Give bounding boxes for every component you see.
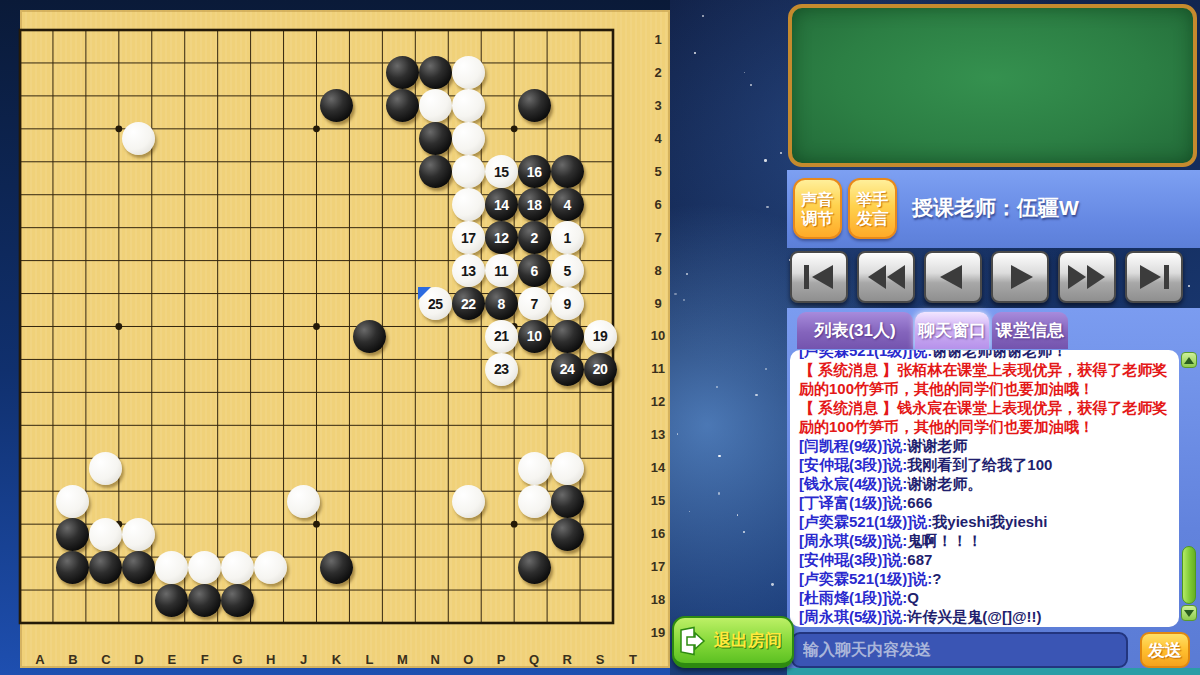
star bbox=[737, 514, 739, 516]
go-stone-white bbox=[518, 452, 551, 485]
move-number-label: 13 bbox=[461, 263, 476, 279]
go-stone-white: 17 bbox=[452, 221, 485, 254]
go-stone-black: 2 bbox=[518, 221, 551, 254]
move-number-label: 23 bbox=[494, 361, 509, 377]
go-stone-white bbox=[122, 518, 155, 551]
column-label: F bbox=[196, 652, 214, 668]
exit-room-button[interactable]: 退出房间 bbox=[672, 616, 794, 668]
raise-hand-label-line2: 发言 bbox=[850, 209, 895, 228]
go-stone-black: 18 bbox=[518, 188, 551, 221]
move-number-label: 5 bbox=[563, 263, 570, 279]
move-number-label: 24 bbox=[560, 361, 575, 377]
star-point bbox=[313, 125, 320, 132]
sound-adjust-label-line2: 调节 bbox=[795, 209, 840, 228]
go-stone-white bbox=[419, 89, 452, 122]
go-stone-black bbox=[551, 155, 584, 188]
star bbox=[755, 394, 758, 397]
move-number-label: 10 bbox=[527, 328, 542, 344]
move-number-label: 12 bbox=[494, 230, 509, 246]
go-stone-white bbox=[254, 551, 287, 584]
go-stone-white: 11 bbox=[485, 254, 518, 287]
row-label: 7 bbox=[649, 230, 667, 246]
message-sender: [丁译富(1级)]说: bbox=[799, 494, 907, 511]
star-point bbox=[313, 323, 320, 330]
go-stone-white bbox=[155, 551, 188, 584]
move-number-label: 21 bbox=[494, 328, 509, 344]
go-stone-white bbox=[188, 551, 221, 584]
star bbox=[750, 84, 752, 86]
column-label: C bbox=[97, 652, 115, 668]
column-label: R bbox=[558, 652, 576, 668]
star bbox=[766, 206, 769, 209]
star bbox=[674, 293, 676, 295]
sound-adjust-label-line1: 声音 bbox=[795, 190, 840, 209]
go-stone-black bbox=[89, 551, 122, 584]
row-label: 8 bbox=[649, 263, 667, 279]
message-text: 687 bbox=[907, 551, 932, 568]
star bbox=[744, 72, 745, 73]
jump-to-start-icon bbox=[797, 262, 841, 292]
go-stone-white: 5 bbox=[551, 254, 584, 287]
star bbox=[780, 152, 782, 154]
go-stone-black: 4 bbox=[551, 188, 584, 221]
chat-message-user: [安仲琨(3段)]说:我刚看到了给我了100 bbox=[799, 455, 1173, 474]
move-number-label: 14 bbox=[494, 197, 509, 213]
chat-message-user: [杜雨烽(1段)]说:Q bbox=[799, 588, 1173, 607]
star bbox=[716, 386, 718, 388]
go-stone-white bbox=[551, 452, 584, 485]
message-sender: 【 系统消息 】 bbox=[799, 361, 897, 378]
go-stone-black: 6 bbox=[518, 254, 551, 287]
sound-adjust-button[interactable]: 声音 调节 bbox=[793, 178, 842, 239]
go-stone-white bbox=[452, 155, 485, 188]
jump-to-end-icon bbox=[1132, 262, 1176, 292]
go-stone-black: 12 bbox=[485, 221, 518, 254]
fast-rewind-button[interactable] bbox=[857, 251, 915, 303]
row-label: 14 bbox=[649, 460, 667, 476]
row-label: 6 bbox=[649, 197, 667, 213]
move-number-label: 19 bbox=[593, 328, 608, 344]
column-label: J bbox=[295, 652, 313, 668]
move-number-label: 16 bbox=[527, 164, 542, 180]
go-stone-white bbox=[89, 452, 122, 485]
message-text: 谢谢老师。 bbox=[907, 475, 982, 492]
message-sender: [闫凯程(9级)]说: bbox=[799, 437, 907, 454]
column-label: S bbox=[591, 652, 609, 668]
step-back-button[interactable] bbox=[924, 251, 982, 303]
row-label: 5 bbox=[649, 164, 667, 180]
teacher-name-label: 授课老师：伍疆W bbox=[912, 194, 1079, 222]
chat-message-system: 【 系统消息 】张栢林在课堂上表现优异，获得了老师奖励的100竹笋币，其他的同学… bbox=[799, 360, 1173, 398]
chat-panel: 列表(31人)聊天窗口课堂信息 [卢奕霖521(1级)]说:谢谢老师谢谢老师！【… bbox=[787, 308, 1200, 675]
column-label: N bbox=[426, 652, 444, 668]
message-sender: [安仲琨(3段)]说: bbox=[799, 551, 907, 568]
go-stone-white: 23 bbox=[485, 353, 518, 386]
exit-room-label: 退出房间 bbox=[714, 629, 782, 652]
move-number-label: 2 bbox=[531, 230, 538, 246]
go-stone-black: 22 bbox=[452, 287, 485, 320]
star-point bbox=[313, 521, 320, 528]
go-stone-black bbox=[122, 551, 155, 584]
go-stone-black: 16 bbox=[518, 155, 551, 188]
go-stone-black bbox=[56, 551, 89, 584]
star-point bbox=[511, 125, 518, 132]
go-stone-black bbox=[551, 320, 584, 353]
go-stone-black bbox=[518, 551, 551, 584]
column-label: A bbox=[31, 652, 49, 668]
star bbox=[718, 455, 721, 458]
last-move-marker bbox=[418, 287, 431, 300]
message-sender: [周永琪(5级)]说: bbox=[799, 608, 907, 625]
column-label: O bbox=[459, 652, 477, 668]
column-label: T bbox=[624, 652, 642, 668]
star bbox=[686, 273, 688, 275]
send-button[interactable]: 发送 bbox=[1140, 632, 1190, 668]
go-stone-black bbox=[221, 584, 254, 617]
go-stone-black bbox=[419, 155, 452, 188]
go-stone-white: 21 bbox=[485, 320, 518, 353]
go-stone-white bbox=[452, 485, 485, 518]
go-stone-black: 20 bbox=[584, 353, 617, 386]
chat-message-user: [卢奕霖521(1级)]说:谢谢老师谢谢老师！ bbox=[799, 350, 1173, 360]
go-stone-black bbox=[56, 518, 89, 551]
go-stone-white bbox=[518, 485, 551, 518]
column-label: B bbox=[64, 652, 82, 668]
go-stone-white: 15 bbox=[485, 155, 518, 188]
column-label: G bbox=[229, 652, 247, 668]
column-label: Q bbox=[525, 652, 543, 668]
move-number-label: 17 bbox=[461, 230, 476, 246]
go-stone-white bbox=[56, 485, 89, 518]
teacher-bar: 声音 调节 举手 发言 授课老师：伍疆W bbox=[787, 170, 1200, 248]
row-label: 10 bbox=[649, 328, 667, 344]
column-label: D bbox=[130, 652, 148, 668]
raise-hand-label-line1: 举手 bbox=[850, 190, 895, 209]
message-sender: [卢奕霖521(1级)]说: bbox=[799, 570, 932, 587]
column-label: H bbox=[262, 652, 280, 668]
row-label: 4 bbox=[649, 131, 667, 147]
message-sender: [卢奕霖521(1级)]说: bbox=[799, 513, 932, 530]
star bbox=[677, 433, 679, 435]
go-stone-black bbox=[551, 518, 584, 551]
go-stone-black: 10 bbox=[518, 320, 551, 353]
chat-window[interactable]: [卢奕霖521(1级)]说:谢谢老师谢谢老师！【 系统消息 】张栢林在课堂上表现… bbox=[790, 350, 1179, 627]
star bbox=[683, 299, 685, 301]
move-number-label: 6 bbox=[531, 263, 538, 279]
tab-class-info[interactable]: 课堂信息 bbox=[992, 312, 1068, 349]
jump-to-end-button[interactable] bbox=[1125, 251, 1183, 303]
move-number-label: 11 bbox=[494, 263, 508, 279]
row-label: 11 bbox=[649, 361, 667, 377]
playback-controls bbox=[787, 251, 1200, 305]
move-number-label: 9 bbox=[563, 296, 570, 312]
move-number-label: 4 bbox=[563, 197, 570, 213]
jump-to-start-button[interactable] bbox=[790, 251, 848, 303]
go-stone-white: 19 bbox=[584, 320, 617, 353]
go-stone-white: 7 bbox=[518, 287, 551, 320]
go-stone-white bbox=[452, 122, 485, 155]
chat-message-user: [周永琪(5级)]说:鬼啊！！！ bbox=[799, 531, 1173, 550]
go-stone-white bbox=[287, 485, 320, 518]
message-sender: [杜雨烽(1段)]说: bbox=[799, 589, 907, 606]
column-label: L bbox=[360, 652, 378, 668]
scroll-down-icon bbox=[1184, 610, 1194, 617]
star bbox=[771, 583, 774, 586]
go-stone-white: 13 bbox=[452, 254, 485, 287]
go-stone-white bbox=[452, 56, 485, 89]
step-forward-button[interactable] bbox=[991, 251, 1049, 303]
panel-bottom-strip bbox=[787, 668, 1200, 675]
go-stone-black bbox=[518, 89, 551, 122]
step-forward-icon bbox=[998, 262, 1042, 292]
message-text: ? bbox=[932, 570, 941, 587]
move-number-label: 8 bbox=[498, 296, 505, 312]
message-sender: [卢奕霖521(1级)]说: bbox=[799, 350, 932, 359]
message-text: 谢谢老师 bbox=[907, 437, 967, 454]
scroll-down-button[interactable] bbox=[1181, 605, 1197, 621]
star bbox=[743, 531, 745, 533]
message-text: 鬼啊！！！ bbox=[907, 532, 982, 549]
scrollbar-thumb[interactable] bbox=[1182, 546, 1196, 604]
row-label: 17 bbox=[649, 559, 667, 575]
go-stone-white bbox=[452, 188, 485, 221]
exit-door-icon bbox=[674, 624, 708, 658]
fast-forward-button[interactable] bbox=[1058, 251, 1116, 303]
scroll-up-button[interactable] bbox=[1181, 352, 1197, 368]
move-number-label: 22 bbox=[461, 296, 476, 312]
row-label: 12 bbox=[649, 394, 667, 410]
message-text: Q bbox=[907, 589, 919, 606]
go-stone-black bbox=[320, 551, 353, 584]
fast-rewind-icon bbox=[864, 262, 908, 292]
raise-hand-button[interactable]: 举手 发言 bbox=[848, 178, 897, 239]
go-stone-white bbox=[89, 518, 122, 551]
message-text: 我yieshi我yieshi bbox=[932, 513, 1047, 530]
go-stone-black bbox=[188, 584, 221, 617]
row-label: 19 bbox=[649, 625, 667, 641]
star-point bbox=[115, 323, 122, 330]
chat-input[interactable] bbox=[791, 632, 1128, 668]
message-text: 谢谢老师谢谢老师！ bbox=[932, 350, 1067, 359]
row-label: 18 bbox=[649, 592, 667, 608]
row-label: 16 bbox=[649, 526, 667, 542]
column-label: K bbox=[327, 652, 345, 668]
chat-message-user: [钱永宸(4级)]说:谢谢老师。 bbox=[799, 474, 1173, 493]
message-text: 我刚看到了给我了100 bbox=[907, 456, 1052, 473]
tab-member-list[interactable]: 列表(31人) bbox=[797, 312, 913, 349]
go-stone-black: 8 bbox=[485, 287, 518, 320]
move-number-label: 20 bbox=[593, 361, 608, 377]
star bbox=[702, 15, 704, 17]
star bbox=[718, 492, 720, 494]
row-label: 15 bbox=[649, 493, 667, 509]
row-label: 9 bbox=[649, 296, 667, 312]
go-stone-white bbox=[452, 89, 485, 122]
chat-message-user: [丁译富(1级)]说:666 bbox=[799, 493, 1173, 512]
move-number-label: 1 bbox=[563, 230, 570, 246]
row-label: 1 bbox=[649, 32, 667, 48]
message-sender: 【 系统消息 】 bbox=[799, 399, 897, 416]
chat-messages: [卢奕霖521(1级)]说:谢谢老师谢谢老师！【 系统消息 】张栢林在课堂上表现… bbox=[799, 350, 1173, 626]
star bbox=[765, 368, 767, 370]
column-label: E bbox=[163, 652, 181, 668]
tab-chat-window[interactable]: 聊天窗口 bbox=[915, 312, 989, 349]
chat-message-user: [卢奕霖521(1级)]说:我yieshi我yieshi bbox=[799, 512, 1173, 531]
chat-message-user: [周永琪(5级)]说:许传兴是鬼(@[]@!!) bbox=[799, 607, 1173, 626]
step-back-icon bbox=[931, 262, 975, 292]
message-text: 666 bbox=[907, 494, 932, 511]
star bbox=[764, 159, 767, 162]
go-stone-black bbox=[419, 122, 452, 155]
go-classroom-app: ABCDEFGHJKLMNOPQRST123456789101112131415… bbox=[0, 0, 1200, 675]
fast-forward-icon bbox=[1065, 262, 1109, 292]
go-stone-black bbox=[155, 584, 188, 617]
star bbox=[689, 511, 690, 512]
row-label: 13 bbox=[649, 427, 667, 443]
star bbox=[694, 52, 696, 54]
move-number-label: 7 bbox=[531, 296, 538, 312]
go-stone-black bbox=[551, 485, 584, 518]
chat-message-user: [卢奕霖521(1级)]说:? bbox=[799, 569, 1173, 588]
column-label: M bbox=[393, 652, 411, 668]
column-label: P bbox=[492, 652, 510, 668]
move-number-label: 18 bbox=[527, 197, 542, 213]
message-sender: [钱永宸(4级)]说: bbox=[799, 475, 907, 492]
go-stone-white: 9 bbox=[551, 287, 584, 320]
row-label: 3 bbox=[649, 98, 667, 114]
go-stone-black: 14 bbox=[485, 188, 518, 221]
message-sender: [安仲琨(3段)]说: bbox=[799, 456, 907, 473]
star-point bbox=[115, 125, 122, 132]
chat-message-system: 【 系统消息 】钱永宸在课堂上表现优异，获得了老师奖励的100竹笋币，其他的同学… bbox=[799, 398, 1173, 436]
go-stone-white bbox=[221, 551, 254, 584]
message-text: 许传兴是鬼(@[]@!!) bbox=[907, 608, 1041, 625]
chat-message-user: [闫凯程(9级)]说:谢谢老师 bbox=[799, 436, 1173, 455]
go-stone-white: 1 bbox=[551, 221, 584, 254]
move-number-label: 15 bbox=[494, 164, 509, 180]
row-label: 2 bbox=[649, 65, 667, 81]
board-panel: ABCDEFGHJKLMNOPQRST123456789101112131415… bbox=[0, 0, 670, 675]
go-stone-black bbox=[353, 320, 386, 353]
blackboard bbox=[788, 4, 1197, 167]
chat-message-user: [安仲琨(3段)]说:687 bbox=[799, 550, 1173, 569]
message-sender: [周永琪(5级)]说: bbox=[799, 532, 907, 549]
star-point bbox=[511, 521, 518, 528]
go-stone-black: 24 bbox=[551, 353, 584, 386]
scroll-up-icon bbox=[1184, 357, 1194, 364]
